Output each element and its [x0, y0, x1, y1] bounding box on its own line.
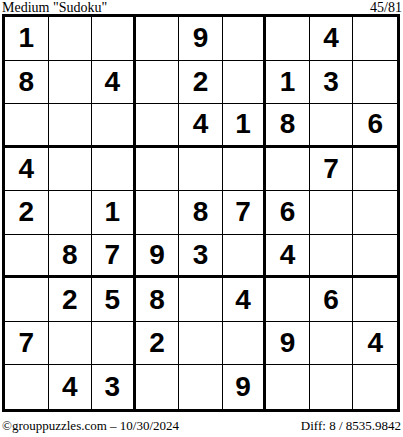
cell-r3c7: 8	[266, 104, 310, 148]
cell-r1c3[interactable]	[92, 17, 136, 61]
cell-r8c1: 7	[5, 322, 49, 366]
cell-r1c2[interactable]	[49, 17, 93, 61]
cell-r9c5[interactable]	[179, 365, 223, 409]
cell-r4c9[interactable]	[353, 148, 397, 192]
cell-r9c3: 3	[92, 365, 136, 409]
cell-r2c9[interactable]	[353, 61, 397, 105]
cell-r1c4[interactable]	[136, 17, 180, 61]
cell-r8c8[interactable]	[310, 322, 354, 366]
cell-r8c6[interactable]	[223, 322, 267, 366]
cell-r9c1[interactable]	[5, 365, 49, 409]
cell-r2c8: 3	[310, 61, 354, 105]
cell-r4c2[interactable]	[49, 148, 93, 192]
cell-r9c7[interactable]	[266, 365, 310, 409]
cell-r9c8[interactable]	[310, 365, 354, 409]
cell-r4c6[interactable]	[223, 148, 267, 192]
cell-r7c7[interactable]	[266, 278, 310, 322]
cell-r5c9[interactable]	[353, 191, 397, 235]
cell-r8c2[interactable]	[49, 322, 93, 366]
cell-r1c8: 4	[310, 17, 354, 61]
cell-r1c1: 1	[5, 17, 49, 61]
footer: ©grouppuzzles.com – 10/30/2024 Diff: 8 /…	[2, 417, 401, 433]
cell-r1c9[interactable]	[353, 17, 397, 61]
cell-r1c7[interactable]	[266, 17, 310, 61]
cell-r7c1[interactable]	[5, 278, 49, 322]
cell-r9c2: 4	[49, 365, 93, 409]
cell-r9c9[interactable]	[353, 365, 397, 409]
puzzle-title: Medium "Sudoku"	[2, 1, 107, 14]
cell-r1c5: 9	[179, 17, 223, 61]
cell-r6c2: 8	[49, 235, 93, 279]
cell-r7c4: 8	[136, 278, 180, 322]
cell-r7c3: 5	[92, 278, 136, 322]
cell-r3c9: 6	[353, 104, 397, 148]
cell-r3c6: 1	[223, 104, 267, 148]
cell-r6c3: 7	[92, 235, 136, 279]
sudoku-page: Medium "Sudoku" 45/81 194842134186472187…	[0, 0, 403, 437]
cell-r5c7: 6	[266, 191, 310, 235]
copyright-text: ©grouppuzzles.com – 10/30/2024	[2, 418, 179, 433]
cell-r4c3[interactable]	[92, 148, 136, 192]
header: Medium "Sudoku" 45/81	[2, 0, 402, 14]
cell-r9c6: 9	[223, 365, 267, 409]
sudoku-board: 194842134186472187687934258467294439	[2, 14, 400, 412]
cell-r4c1: 4	[5, 148, 49, 192]
cell-r4c4[interactable]	[136, 148, 180, 192]
cell-r6c5: 3	[179, 235, 223, 279]
cell-r8c5[interactable]	[179, 322, 223, 366]
cell-r2c3: 4	[92, 61, 136, 105]
cell-r8c7: 9	[266, 322, 310, 366]
cell-r4c7[interactable]	[266, 148, 310, 192]
cell-r1c6[interactable]	[223, 17, 267, 61]
cell-r2c7: 1	[266, 61, 310, 105]
cell-r7c2: 2	[49, 278, 93, 322]
cell-r7c9[interactable]	[353, 278, 397, 322]
cell-r5c1: 2	[5, 191, 49, 235]
cell-r6c6[interactable]	[223, 235, 267, 279]
cell-r5c6: 7	[223, 191, 267, 235]
cell-r5c2[interactable]	[49, 191, 93, 235]
empty-cells-counter: 45/81	[370, 1, 402, 14]
cell-r8c3[interactable]	[92, 322, 136, 366]
cell-r6c8[interactable]	[310, 235, 354, 279]
cell-r8c9: 4	[353, 322, 397, 366]
difficulty-text: Diff: 8 / 8535.9842	[301, 418, 401, 433]
cell-r2c6[interactable]	[223, 61, 267, 105]
cell-r3c8[interactable]	[310, 104, 354, 148]
cell-r7c8: 6	[310, 278, 354, 322]
cell-r5c8[interactable]	[310, 191, 354, 235]
cell-r3c3[interactable]	[92, 104, 136, 148]
cell-r3c1[interactable]	[5, 104, 49, 148]
cell-r6c1[interactable]	[5, 235, 49, 279]
cell-r5c4[interactable]	[136, 191, 180, 235]
cell-r3c5: 4	[179, 104, 223, 148]
cell-r2c5: 2	[179, 61, 223, 105]
cell-r3c4[interactable]	[136, 104, 180, 148]
cell-r6c7: 4	[266, 235, 310, 279]
cell-r5c3: 1	[92, 191, 136, 235]
cell-r6c4: 9	[136, 235, 180, 279]
cell-r3c2[interactable]	[49, 104, 93, 148]
cell-r4c5[interactable]	[179, 148, 223, 192]
cell-r2c4[interactable]	[136, 61, 180, 105]
cell-r7c5[interactable]	[179, 278, 223, 322]
cell-r8c4: 2	[136, 322, 180, 366]
cell-r9c4[interactable]	[136, 365, 180, 409]
cell-r6c9[interactable]	[353, 235, 397, 279]
cell-r7c6: 4	[223, 278, 267, 322]
cell-r2c2[interactable]	[49, 61, 93, 105]
cell-r5c5: 8	[179, 191, 223, 235]
cell-r2c1: 8	[5, 61, 49, 105]
cell-r4c8: 7	[310, 148, 354, 192]
